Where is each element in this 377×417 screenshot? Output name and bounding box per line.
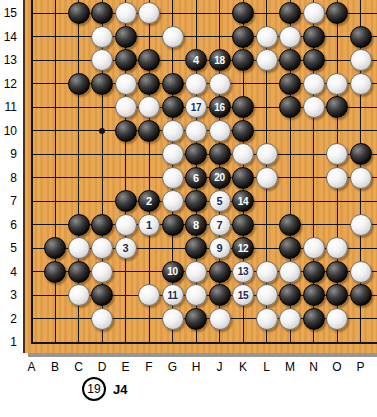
stone-H13: 4 <box>185 49 207 71</box>
stone-K4: 13 <box>232 261 254 283</box>
row-label-4: 4 <box>0 265 17 279</box>
stone-E6 <box>115 214 137 236</box>
stone-N14 <box>303 26 325 48</box>
stone-D3 <box>91 284 113 306</box>
star-point-D10 <box>99 128 105 134</box>
stone-E7 <box>115 190 137 212</box>
move-number-label-16: 16 <box>210 97 230 117</box>
stone-F15 <box>138 2 160 24</box>
col-label-B: B <box>46 360 64 374</box>
stone-G3: 11 <box>162 284 184 306</box>
stone-E14 <box>115 26 137 48</box>
stone-J3 <box>209 284 231 306</box>
move-number-label-9: 9 <box>210 238 230 258</box>
move-number-label-20: 20 <box>210 168 230 188</box>
row-label-5: 5 <box>0 241 17 255</box>
stone-F13 <box>138 49 160 71</box>
stone-H3 <box>185 284 207 306</box>
stone-L13 <box>256 49 278 71</box>
move-number-label-17: 17 <box>186 97 206 117</box>
col-label-L: L <box>258 360 276 374</box>
stone-O2 <box>326 308 348 330</box>
stone-H10 <box>185 120 207 142</box>
stone-M13 <box>279 49 301 71</box>
row-label-14: 14 <box>0 30 17 44</box>
move-number-label-11: 11 <box>163 285 183 305</box>
stone-J6: 7 <box>209 214 231 236</box>
stone-J11: 16 <box>209 96 231 118</box>
stone-L4 <box>256 261 278 283</box>
stone-D15 <box>91 2 113 24</box>
stone-M12 <box>279 73 301 95</box>
stone-N11 <box>303 96 325 118</box>
row-label-13: 13 <box>0 53 17 67</box>
stone-M3 <box>279 284 301 306</box>
stone-H12 <box>185 73 207 95</box>
col-label-O: O <box>328 360 346 374</box>
col-label-H: H <box>187 360 205 374</box>
stone-J5: 9 <box>209 237 231 259</box>
col-label-J: J <box>211 360 229 374</box>
go-diagram: 41817166202514187391210131115 1514131211… <box>0 0 377 417</box>
row-label-7: 7 <box>0 194 17 208</box>
move-number-label-13: 13 <box>233 262 253 282</box>
stone-H5 <box>185 237 207 259</box>
stone-K3: 15 <box>232 284 254 306</box>
stone-K10 <box>232 120 254 142</box>
grid-line-col-A <box>31 0 33 343</box>
stone-C3 <box>68 284 90 306</box>
move-number-label-5: 5 <box>210 191 230 211</box>
stone-E13 <box>115 49 137 71</box>
move-annotation: 19 J4 <box>82 376 127 402</box>
stone-O3 <box>326 284 348 306</box>
stone-N4 <box>303 261 325 283</box>
col-label-K: K <box>234 360 252 374</box>
col-label-C: C <box>70 360 88 374</box>
stone-O8 <box>326 167 348 189</box>
stone-P8 <box>350 167 372 189</box>
stone-J13: 18 <box>209 49 231 71</box>
stone-M6 <box>279 214 301 236</box>
stone-P14 <box>350 26 372 48</box>
move-number-label-8: 8 <box>186 215 206 235</box>
stone-C5 <box>68 237 90 259</box>
grid-line-row-1 <box>31 342 377 344</box>
move-number-label-1: 1 <box>139 215 159 235</box>
row-label-11: 11 <box>0 100 17 114</box>
stone-N3 <box>303 284 325 306</box>
stone-G9 <box>162 143 184 165</box>
move-number-label-10: 10 <box>163 262 183 282</box>
stone-P4 <box>350 261 372 283</box>
stone-O12 <box>326 73 348 95</box>
stone-E15 <box>115 2 137 24</box>
stone-H7 <box>185 190 207 212</box>
stone-C15 <box>68 2 90 24</box>
col-label-F: F <box>140 360 158 374</box>
stone-K14 <box>232 26 254 48</box>
row-label-2: 2 <box>0 312 17 326</box>
stone-G7 <box>162 190 184 212</box>
stone-K6 <box>232 214 254 236</box>
col-label-M: M <box>281 360 299 374</box>
move-number: 19 <box>87 382 100 396</box>
stone-J9 <box>209 143 231 165</box>
stone-K7: 14 <box>232 190 254 212</box>
stone-F10 <box>138 120 160 142</box>
stone-K9 <box>232 143 254 165</box>
stone-H11: 17 <box>185 96 207 118</box>
stone-G8 <box>162 167 184 189</box>
stone-K8 <box>232 167 254 189</box>
stone-O15 <box>326 2 348 24</box>
stone-G6 <box>162 214 184 236</box>
stone-G4: 10 <box>162 261 184 283</box>
stone-F6: 1 <box>138 214 160 236</box>
move-number-label-12: 12 <box>233 238 253 258</box>
stone-G12 <box>162 73 184 95</box>
stone-J2 <box>209 308 231 330</box>
stone-O11 <box>326 96 348 118</box>
stone-F12 <box>138 73 160 95</box>
stone-P12 <box>350 73 372 95</box>
stone-G10 <box>162 120 184 142</box>
col-label-A: A <box>23 360 41 374</box>
move-number-label-18: 18 <box>210 50 230 70</box>
stone-H9 <box>185 143 207 165</box>
move-number-label-4: 4 <box>186 50 206 70</box>
stone-J4 <box>209 261 231 283</box>
stone-M15 <box>279 2 301 24</box>
stone-N12 <box>303 73 325 95</box>
stone-L8 <box>256 167 278 189</box>
col-label-P: P <box>352 360 370 374</box>
stone-L14 <box>256 26 278 48</box>
row-label-3: 3 <box>0 288 17 302</box>
stone-M4 <box>279 261 301 283</box>
stone-H8: 6 <box>185 167 207 189</box>
stone-N5 <box>303 237 325 259</box>
stone-E5: 3 <box>115 237 137 259</box>
stone-E11 <box>115 96 137 118</box>
stone-D14 <box>91 26 113 48</box>
stone-G11 <box>162 96 184 118</box>
move-number-circle: 19 <box>82 377 106 401</box>
col-label-D: D <box>93 360 111 374</box>
move-coordinate: J4 <box>113 382 127 397</box>
stone-P6 <box>350 214 372 236</box>
stone-D4 <box>91 261 113 283</box>
board-surface[interactable]: 41817166202514187391210131115 <box>23 0 377 353</box>
stone-G2 <box>162 308 184 330</box>
stone-N13 <box>303 49 325 71</box>
stone-J8: 20 <box>209 167 231 189</box>
stone-K13 <box>232 49 254 71</box>
stone-K5: 12 <box>232 237 254 259</box>
stone-M14 <box>279 26 301 48</box>
row-label-8: 8 <box>0 171 17 185</box>
stone-N2 <box>303 308 325 330</box>
stone-D5 <box>91 237 113 259</box>
stone-M2 <box>279 308 301 330</box>
stone-B5 <box>44 237 66 259</box>
move-number-label-6: 6 <box>186 168 206 188</box>
row-label-10: 10 <box>0 124 17 138</box>
col-label-E: E <box>117 360 135 374</box>
stone-O4 <box>326 261 348 283</box>
stone-P9 <box>350 143 372 165</box>
stone-L9 <box>256 143 278 165</box>
stone-J7: 5 <box>209 190 231 212</box>
row-label-1: 1 <box>0 335 17 349</box>
stone-M5 <box>279 237 301 259</box>
stone-F11 <box>138 96 160 118</box>
move-number-label-14: 14 <box>233 191 253 211</box>
col-label-G: G <box>164 360 182 374</box>
stone-E10 <box>115 120 137 142</box>
stone-L2 <box>256 308 278 330</box>
stone-H6: 8 <box>185 214 207 236</box>
row-label-12: 12 <box>0 77 17 91</box>
stone-L3 <box>256 284 278 306</box>
stone-F7: 2 <box>138 190 160 212</box>
stone-O5 <box>326 237 348 259</box>
stone-D6 <box>91 214 113 236</box>
move-number-label-3: 3 <box>116 238 136 258</box>
stone-C12 <box>68 73 90 95</box>
board-left-edge <box>23 0 25 353</box>
stone-G14 <box>162 26 184 48</box>
col-label-N: N <box>305 360 323 374</box>
move-number-label-2: 2 <box>139 191 159 211</box>
stone-H2 <box>185 308 207 330</box>
move-number-label-15: 15 <box>233 285 253 305</box>
stone-J10 <box>209 120 231 142</box>
move-number-label-7: 7 <box>210 215 230 235</box>
stone-D2 <box>91 308 113 330</box>
board-bottom-shadow <box>28 353 377 357</box>
stone-D12 <box>91 73 113 95</box>
stone-P3 <box>350 284 372 306</box>
stone-H4 <box>185 261 207 283</box>
stone-C4 <box>68 261 90 283</box>
row-label-15: 15 <box>0 6 17 20</box>
stone-D13 <box>91 49 113 71</box>
grid-line-col-B <box>55 0 56 343</box>
grid-line-row-14 <box>31 36 377 37</box>
stone-E12 <box>115 73 137 95</box>
stone-C6 <box>68 214 90 236</box>
stone-K15 <box>232 2 254 24</box>
stone-M11 <box>279 96 301 118</box>
stone-N15 <box>303 2 325 24</box>
stone-P13 <box>350 49 372 71</box>
row-label-6: 6 <box>0 218 17 232</box>
row-label-9: 9 <box>0 147 17 161</box>
stone-B4 <box>44 261 66 283</box>
stone-O9 <box>326 143 348 165</box>
stone-F3 <box>138 284 160 306</box>
stone-K11 <box>232 96 254 118</box>
stone-J12 <box>209 73 231 95</box>
